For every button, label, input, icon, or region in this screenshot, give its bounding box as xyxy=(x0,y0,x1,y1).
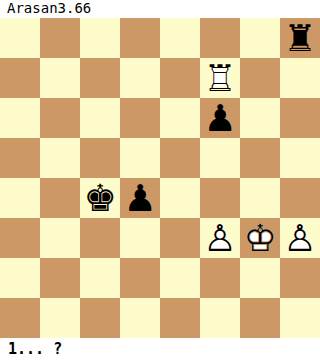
white-pawn-h3[interactable]: ♟♙ xyxy=(280,218,320,258)
square-a7[interactable] xyxy=(0,58,40,98)
black-king-c4[interactable]: ♚ xyxy=(80,178,120,218)
black-pawn-d4[interactable]: ♟ xyxy=(120,178,160,218)
square-h3[interactable]: ♟♙ xyxy=(280,218,320,258)
square-a6[interactable] xyxy=(0,98,40,138)
square-g4[interactable] xyxy=(240,178,280,218)
square-b3[interactable] xyxy=(40,218,80,258)
square-h8[interactable]: ♜ xyxy=(280,18,320,58)
black-king-glyph: ♚ xyxy=(80,178,120,218)
square-c1[interactable] xyxy=(80,298,120,338)
square-d4[interactable]: ♟ xyxy=(120,178,160,218)
square-a3[interactable] xyxy=(0,218,40,258)
square-e7[interactable] xyxy=(160,58,200,98)
square-a4[interactable] xyxy=(0,178,40,218)
white-rook-f7[interactable]: ♜♖ xyxy=(200,58,240,98)
square-h1[interactable] xyxy=(280,298,320,338)
black-pawn-glyph: ♟ xyxy=(200,98,240,138)
square-e3[interactable] xyxy=(160,218,200,258)
square-c7[interactable] xyxy=(80,58,120,98)
square-c2[interactable] xyxy=(80,258,120,298)
white-pawn-outline-glyph: ♙ xyxy=(200,218,240,258)
square-g7[interactable] xyxy=(240,58,280,98)
square-f7[interactable]: ♜♖ xyxy=(200,58,240,98)
black-pawn-f6[interactable]: ♟ xyxy=(200,98,240,138)
square-b2[interactable] xyxy=(40,258,80,298)
square-g6[interactable] xyxy=(240,98,280,138)
engine-title: Arasan3.66 xyxy=(0,0,320,18)
white-king-g3[interactable]: ♚♔ xyxy=(240,218,280,258)
square-f6[interactable]: ♟ xyxy=(200,98,240,138)
square-d1[interactable] xyxy=(120,298,160,338)
square-h2[interactable] xyxy=(280,258,320,298)
square-a1[interactable] xyxy=(0,298,40,338)
chess-board[interactable]: ♜♜♖♟♚♟♟♙♚♔♟♙ xyxy=(0,18,320,338)
black-pawn-glyph: ♟ xyxy=(120,178,160,218)
square-e5[interactable] xyxy=(160,138,200,178)
square-g2[interactable] xyxy=(240,258,280,298)
square-f2[interactable] xyxy=(200,258,240,298)
square-f1[interactable] xyxy=(200,298,240,338)
square-b4[interactable] xyxy=(40,178,80,218)
white-pawn-f3[interactable]: ♟♙ xyxy=(200,218,240,258)
square-d2[interactable] xyxy=(120,258,160,298)
xboard-window: Arasan3.66 ♜♜♖♟♚♟♟♙♚♔♟♙ 1... ? xyxy=(0,0,320,360)
square-f3[interactable]: ♟♙ xyxy=(200,218,240,258)
square-e4[interactable] xyxy=(160,178,200,218)
white-king-outline-glyph: ♔ xyxy=(240,218,280,258)
square-d3[interactable] xyxy=(120,218,160,258)
square-h6[interactable] xyxy=(280,98,320,138)
square-g3[interactable]: ♚♔ xyxy=(240,218,280,258)
square-h7[interactable] xyxy=(280,58,320,98)
black-rook-h8[interactable]: ♜ xyxy=(280,18,320,58)
square-c3[interactable] xyxy=(80,218,120,258)
square-c8[interactable] xyxy=(80,18,120,58)
square-e1[interactable] xyxy=(160,298,200,338)
square-g8[interactable] xyxy=(240,18,280,58)
square-b5[interactable] xyxy=(40,138,80,178)
square-c4[interactable]: ♚ xyxy=(80,178,120,218)
square-g1[interactable] xyxy=(240,298,280,338)
white-rook-outline-glyph: ♖ xyxy=(200,58,240,98)
square-b7[interactable] xyxy=(40,58,80,98)
square-h4[interactable] xyxy=(280,178,320,218)
move-prompt: 1... ? xyxy=(0,338,320,360)
square-d7[interactable] xyxy=(120,58,160,98)
square-g5[interactable] xyxy=(240,138,280,178)
square-e8[interactable] xyxy=(160,18,200,58)
square-b1[interactable] xyxy=(40,298,80,338)
square-f5[interactable] xyxy=(200,138,240,178)
square-d5[interactable] xyxy=(120,138,160,178)
square-h5[interactable] xyxy=(280,138,320,178)
square-d6[interactable] xyxy=(120,98,160,138)
square-e6[interactable] xyxy=(160,98,200,138)
black-rook-glyph: ♜ xyxy=(280,18,320,58)
square-c5[interactable] xyxy=(80,138,120,178)
square-f8[interactable] xyxy=(200,18,240,58)
square-e2[interactable] xyxy=(160,258,200,298)
square-b8[interactable] xyxy=(40,18,80,58)
square-c6[interactable] xyxy=(80,98,120,138)
square-a5[interactable] xyxy=(0,138,40,178)
square-a8[interactable] xyxy=(0,18,40,58)
square-d8[interactable] xyxy=(120,18,160,58)
square-a2[interactable] xyxy=(0,258,40,298)
white-pawn-outline-glyph: ♙ xyxy=(280,218,320,258)
square-b6[interactable] xyxy=(40,98,80,138)
square-f4[interactable] xyxy=(200,178,240,218)
